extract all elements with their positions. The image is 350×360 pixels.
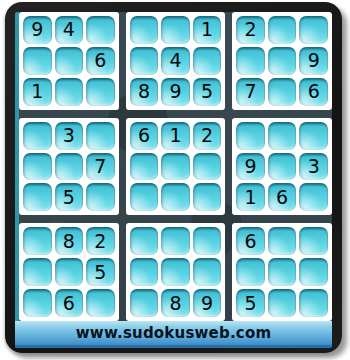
box-2-1: 375 [19, 118, 119, 216]
board-inner-panel: 9461148952976375612931682568965 www.sudo… [15, 12, 332, 348]
cell-r8c5[interactable] [161, 258, 190, 286]
cell-r6c7[interactable]: 1 [236, 183, 265, 211]
cell-r5c8[interactable] [268, 153, 297, 181]
cell-r6c2[interactable]: 5 [55, 183, 84, 211]
cell-r4c5[interactable]: 1 [161, 122, 190, 150]
cell-r8c1[interactable] [23, 258, 52, 286]
cell-r9c9[interactable] [299, 289, 328, 317]
cell-r1c8[interactable] [268, 16, 297, 44]
cell-r8c7[interactable] [236, 258, 265, 286]
cell-r8c6[interactable] [193, 258, 222, 286]
box-3-1: 8256 [19, 223, 119, 321]
box-2-2: 612 [126, 118, 226, 216]
cell-r9c2[interactable]: 6 [55, 289, 84, 317]
cell-r4c6[interactable]: 2 [193, 122, 222, 150]
cell-r2c6[interactable] [193, 47, 222, 75]
cell-r1c6[interactable]: 1 [193, 16, 222, 44]
cell-r5c4[interactable] [130, 153, 159, 181]
cell-r8c4[interactable] [130, 258, 159, 286]
cell-r4c8[interactable] [268, 122, 297, 150]
cell-r3c6[interactable]: 5 [193, 78, 222, 106]
cell-r7c4[interactable] [130, 227, 159, 255]
cell-r3c9[interactable]: 6 [299, 78, 328, 106]
cell-r9c6[interactable]: 9 [193, 289, 222, 317]
cell-r2c4[interactable] [130, 47, 159, 75]
sudoku-board-frame: 9461148952976375612931682568965 www.sudo… [5, 2, 342, 353]
cell-r5c7[interactable]: 9 [236, 153, 265, 181]
box-2-3: 9316 [232, 118, 332, 216]
cell-r6c1[interactable] [23, 183, 52, 211]
cell-r6c9[interactable] [299, 183, 328, 211]
cell-r9c3[interactable] [86, 289, 115, 317]
box-1-3: 2976 [232, 12, 332, 110]
cell-r1c5[interactable] [161, 16, 190, 44]
cell-r3c1[interactable]: 1 [23, 78, 52, 106]
cell-r5c2[interactable] [55, 153, 84, 181]
cell-r2c9[interactable]: 9 [299, 47, 328, 75]
cell-r5c5[interactable] [161, 153, 190, 181]
cell-r9c7[interactable]: 5 [236, 289, 265, 317]
cell-r4c3[interactable] [86, 122, 115, 150]
website-link[interactable]: www.sudokusweb.com [76, 324, 271, 342]
cell-r6c8[interactable]: 6 [268, 183, 297, 211]
cell-r5c6[interactable] [193, 153, 222, 181]
cell-r2c1[interactable] [23, 47, 52, 75]
cell-r2c8[interactable] [268, 47, 297, 75]
box-3-3: 65 [232, 223, 332, 321]
cell-r6c4[interactable] [130, 183, 159, 211]
cell-r2c2[interactable] [55, 47, 84, 75]
cell-r1c7[interactable]: 2 [236, 16, 265, 44]
cell-r9c4[interactable] [130, 289, 159, 317]
cell-r8c8[interactable] [268, 258, 297, 286]
cell-r1c9[interactable] [299, 16, 328, 44]
cell-r2c5[interactable]: 4 [161, 47, 190, 75]
cell-r8c9[interactable] [299, 258, 328, 286]
cell-r6c6[interactable] [193, 183, 222, 211]
cell-r1c1[interactable]: 9 [23, 16, 52, 44]
cell-r3c5[interactable]: 9 [161, 78, 190, 106]
cell-r1c2[interactable]: 4 [55, 16, 84, 44]
cell-r7c3[interactable]: 2 [86, 227, 115, 255]
cell-r9c1[interactable] [23, 289, 52, 317]
cell-r2c7[interactable] [236, 47, 265, 75]
cell-r7c1[interactable] [23, 227, 52, 255]
cell-r7c9[interactable] [299, 227, 328, 255]
box-1-1: 9461 [19, 12, 119, 110]
footer-bar: www.sudokusweb.com [15, 321, 332, 348]
cell-r1c3[interactable] [86, 16, 115, 44]
box-1-2: 14895 [126, 12, 226, 110]
cell-r3c7[interactable]: 7 [236, 78, 265, 106]
cell-r3c3[interactable] [86, 78, 115, 106]
page: 9461148952976375612931682568965 www.sudo… [0, 0, 350, 360]
cell-r6c3[interactable] [86, 183, 115, 211]
cell-r2c3[interactable]: 6 [86, 47, 115, 75]
sudoku-grid: 9461148952976375612931682568965 [19, 12, 332, 321]
cell-r8c3[interactable]: 5 [86, 258, 115, 286]
cell-r3c8[interactable] [268, 78, 297, 106]
cell-r7c8[interactable] [268, 227, 297, 255]
cell-r5c3[interactable]: 7 [86, 153, 115, 181]
cell-r4c4[interactable]: 6 [130, 122, 159, 150]
cell-r3c4[interactable]: 8 [130, 78, 159, 106]
cell-r7c5[interactable] [161, 227, 190, 255]
box-3-2: 89 [126, 223, 226, 321]
cell-r3c2[interactable] [55, 78, 84, 106]
cell-r4c1[interactable] [23, 122, 52, 150]
cell-r4c9[interactable] [299, 122, 328, 150]
cell-r9c5[interactable]: 8 [161, 289, 190, 317]
cell-r4c7[interactable] [236, 122, 265, 150]
cell-r7c7[interactable]: 6 [236, 227, 265, 255]
cell-r5c9[interactable]: 3 [299, 153, 328, 181]
cell-r8c2[interactable] [55, 258, 84, 286]
cell-r5c1[interactable] [23, 153, 52, 181]
cell-r4c2[interactable]: 3 [55, 122, 84, 150]
cell-r9c8[interactable] [268, 289, 297, 317]
cell-r6c5[interactable] [161, 183, 190, 211]
cell-r1c4[interactable] [130, 16, 159, 44]
cell-r7c2[interactable]: 8 [55, 227, 84, 255]
cell-r7c6[interactable] [193, 227, 222, 255]
